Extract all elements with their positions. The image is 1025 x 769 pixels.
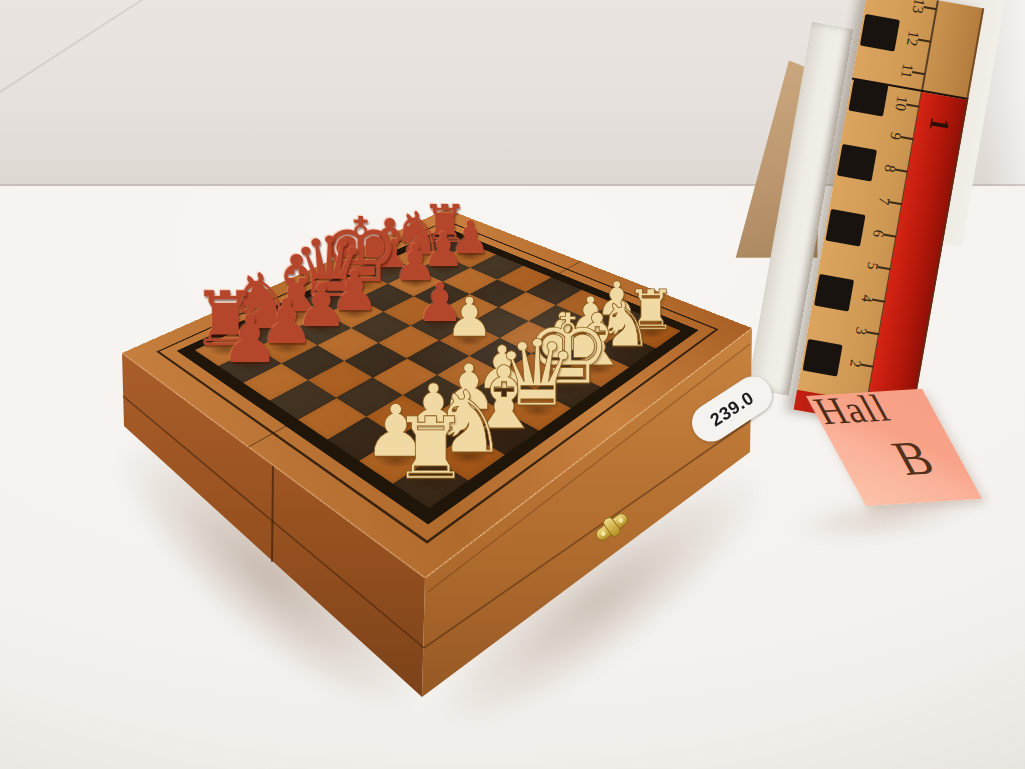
fold-seam-side [272, 466, 273, 562]
scene: 1 12345678910111213 Hall B [0, 0, 1025, 769]
